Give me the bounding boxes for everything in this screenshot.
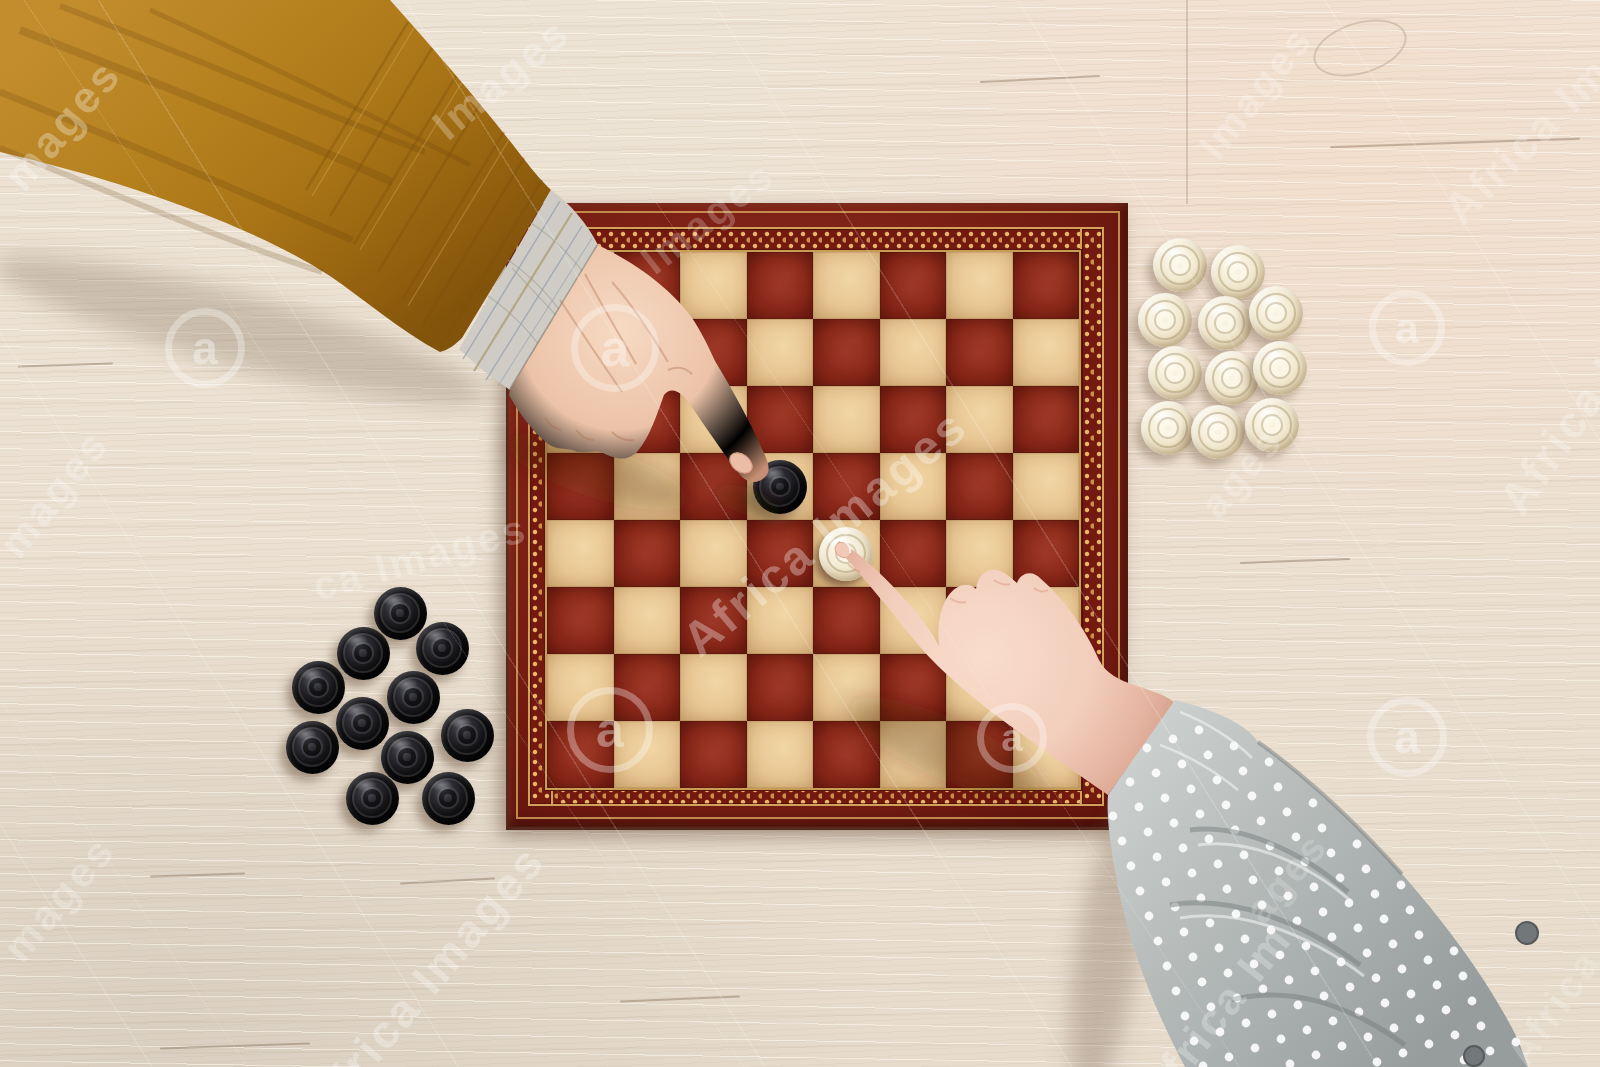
sleeve-button	[1464, 1046, 1484, 1066]
adult-arm	[0, 0, 769, 482]
photo-stage: Africa Images magesImagesImagesca Images…	[0, 0, 1600, 1067]
players-arms-overlay	[0, 0, 1600, 1067]
child-polka-dot-sleeve	[1108, 700, 1528, 1067]
sleeve-button	[1516, 922, 1538, 944]
child-arm	[832, 539, 1538, 1067]
